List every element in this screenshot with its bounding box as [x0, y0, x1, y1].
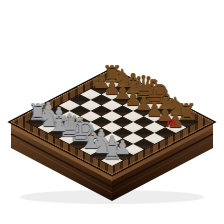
chess-set-photo: ♜♞♝♛♚♝♞♜♟♟♟♟♟♟♟♟♟♟♟♟♟♟♟♟♜♞♝♛♚♝♞♜ Hc — [0, 0, 224, 224]
r-piece-glyph: ♜ — [22, 101, 54, 124]
p-piece-glyph: ♟ — [85, 72, 117, 91]
